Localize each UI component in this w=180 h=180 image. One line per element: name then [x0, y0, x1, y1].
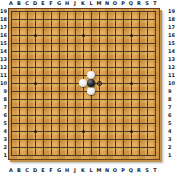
- coordinate-label: M: [95, 0, 103, 6]
- coordinate-label: 6: [0, 112, 7, 118]
- coordinate-label: 5: [168, 120, 179, 126]
- coordinate-label: 1: [0, 152, 7, 158]
- star-point: [34, 130, 37, 133]
- go-app-screen: ABCDEFGHJKLMNOPQRST ABCDEFGHJKLMNOPQRST …: [0, 0, 180, 180]
- coordinate-label: 6: [168, 112, 179, 118]
- coordinate-label: Q: [127, 167, 135, 173]
- coordinate-label: 19: [0, 8, 7, 14]
- coordinate-label: 15: [0, 40, 7, 46]
- coordinate-label: 5: [0, 120, 7, 126]
- coordinate-label: P: [119, 167, 127, 173]
- coordinate-label: 2: [0, 144, 7, 150]
- coordinate-label: O: [111, 167, 119, 173]
- coordinate-label: J: [71, 0, 79, 6]
- coordinate-label: T: [151, 0, 159, 6]
- circle-marker: [97, 81, 102, 86]
- white-stone: [87, 71, 95, 79]
- coordinate-label: 18: [0, 16, 7, 22]
- coordinate-label: 14: [0, 48, 7, 54]
- coordinate-label: C: [23, 0, 31, 6]
- coordinate-label: G: [55, 167, 63, 173]
- star-point: [130, 82, 133, 85]
- coordinate-label: 12: [168, 64, 179, 70]
- coordinate-label: G: [55, 0, 63, 6]
- coordinate-label: R: [135, 167, 143, 173]
- coordinate-label: 7: [0, 104, 7, 110]
- coordinate-label: B: [15, 167, 23, 173]
- coordinate-label: 17: [168, 24, 179, 30]
- coordinate-label: J: [71, 167, 79, 173]
- coordinate-label: R: [135, 0, 143, 6]
- coordinate-label: 11: [0, 72, 7, 78]
- star-point: [82, 34, 85, 37]
- white-stone: [79, 79, 87, 87]
- star-point: [34, 82, 37, 85]
- coordinate-label: 16: [168, 32, 179, 38]
- coordinate-label: E: [39, 0, 47, 6]
- coordinate-label: C: [23, 167, 31, 173]
- coordinate-label: B: [15, 0, 23, 6]
- coordinate-label: L: [87, 167, 95, 173]
- coordinate-label: 7: [168, 104, 179, 110]
- coordinate-label: 10: [168, 80, 179, 86]
- coordinate-label: P: [119, 0, 127, 6]
- coordinate-label: 15: [168, 40, 179, 46]
- coordinate-label: 3: [0, 136, 7, 142]
- coordinate-label: 12: [0, 64, 7, 70]
- coordinate-label: 9: [168, 88, 179, 94]
- black-stone: [87, 79, 95, 87]
- coordinate-label: T: [151, 167, 159, 173]
- coordinate-label: F: [47, 0, 55, 6]
- coordinate-label: M: [95, 167, 103, 173]
- coordinate-label: N: [103, 0, 111, 6]
- coordinate-label: F: [47, 167, 55, 173]
- coordinate-label: H: [63, 0, 71, 6]
- coordinate-label: Q: [127, 0, 135, 6]
- star-point: [34, 34, 37, 37]
- coordinate-label: 8: [168, 96, 179, 102]
- coordinate-label: H: [63, 167, 71, 173]
- coordinate-label: K: [79, 167, 87, 173]
- coordinate-label: A: [7, 167, 15, 173]
- coordinate-label: 14: [168, 48, 179, 54]
- coordinate-label: 16: [0, 32, 7, 38]
- coordinate-label: 17: [0, 24, 7, 30]
- coordinate-label: 4: [0, 128, 7, 134]
- coordinate-label: 19: [168, 8, 179, 14]
- coordinate-label: 13: [0, 56, 7, 62]
- coordinate-label: A: [7, 0, 15, 6]
- coordinate-label: 13: [168, 56, 179, 62]
- coordinate-label: D: [31, 0, 39, 6]
- go-board[interactable]: [8, 8, 160, 160]
- coordinate-label: K: [79, 0, 87, 6]
- coordinate-label: O: [111, 0, 119, 6]
- star-point: [82, 130, 85, 133]
- white-stone: [87, 87, 95, 95]
- coordinate-label: 10: [0, 80, 7, 86]
- coordinate-label: D: [31, 167, 39, 173]
- coordinate-label: S: [143, 167, 151, 173]
- coordinate-label: L: [87, 0, 95, 6]
- coordinate-label: 11: [168, 72, 179, 78]
- coordinate-label: N: [103, 167, 111, 173]
- coordinate-label: 9: [0, 88, 7, 94]
- coordinate-label: 18: [168, 16, 179, 22]
- coordinate-label: S: [143, 0, 151, 6]
- board-grid[interactable]: [11, 11, 156, 156]
- coordinate-label: 1: [168, 152, 179, 158]
- coordinate-label: 4: [168, 128, 179, 134]
- coordinate-label: 8: [0, 96, 7, 102]
- coordinate-label: 2: [168, 144, 179, 150]
- star-point: [130, 34, 133, 37]
- star-point: [130, 130, 133, 133]
- coordinate-label: 3: [168, 136, 179, 142]
- coordinate-label: E: [39, 167, 47, 173]
